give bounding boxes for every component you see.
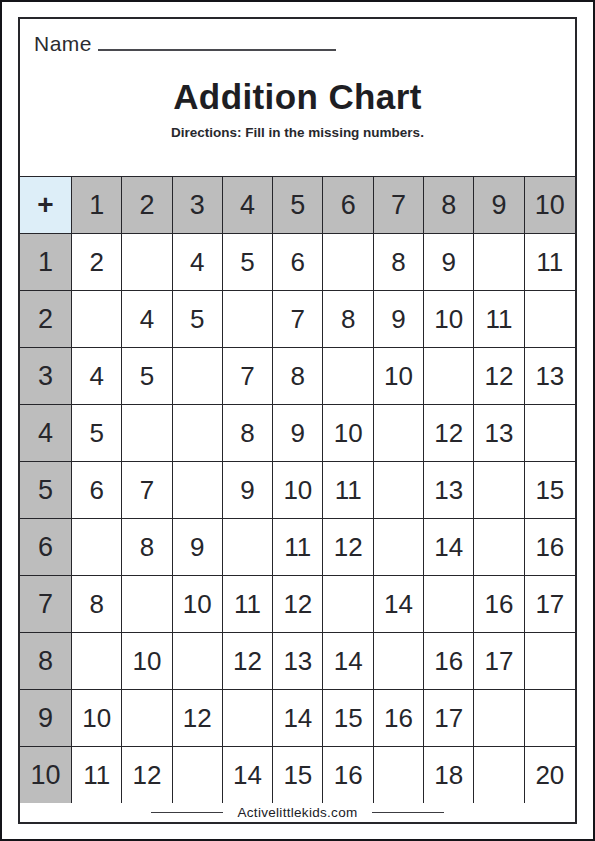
row-header-10: 10 xyxy=(20,747,72,804)
empty-cell-r10c7[interactable] xyxy=(374,747,424,804)
empty-cell-r1c2[interactable] xyxy=(122,234,172,291)
empty-cell-r2c4[interactable] xyxy=(223,291,273,348)
sum-cell-r7c5: 12 xyxy=(273,576,323,633)
sum-cell-r1c10: 11 xyxy=(525,234,575,291)
sum-cell-r6c5: 11 xyxy=(273,519,323,576)
sum-cell-r4c6: 10 xyxy=(323,405,373,462)
col-header-2: 2 xyxy=(122,177,172,234)
sum-cell-r9c8: 17 xyxy=(424,690,474,747)
empty-cell-r2c1[interactable] xyxy=(72,291,122,348)
sum-cell-r9c6: 15 xyxy=(323,690,373,747)
empty-cell-r2c10[interactable] xyxy=(525,291,575,348)
empty-cell-r4c10[interactable] xyxy=(525,405,575,462)
sum-cell-r7c9: 16 xyxy=(474,576,524,633)
row-header-5: 5 xyxy=(20,462,72,519)
empty-cell-r9c2[interactable] xyxy=(122,690,172,747)
sum-cell-r2c5: 7 xyxy=(273,291,323,348)
sum-cell-r1c8: 9 xyxy=(424,234,474,291)
sum-cell-r1c7: 8 xyxy=(374,234,424,291)
empty-cell-r1c6[interactable] xyxy=(323,234,373,291)
sum-cell-r8c6: 14 xyxy=(323,633,373,690)
empty-cell-r4c3[interactable] xyxy=(173,405,223,462)
row-header-7: 7 xyxy=(20,576,72,633)
row-header-8: 8 xyxy=(20,633,72,690)
sum-cell-r3c10: 13 xyxy=(525,348,575,405)
sum-cell-r3c5: 8 xyxy=(273,348,323,405)
sum-cell-r2c6: 8 xyxy=(323,291,373,348)
empty-cell-r8c1[interactable] xyxy=(72,633,122,690)
sum-cell-r8c4: 12 xyxy=(223,633,273,690)
sum-cell-r3c7: 10 xyxy=(374,348,424,405)
addition-grid: +123456789101245689112457891011345781012… xyxy=(20,176,575,804)
page-title: Addition Chart xyxy=(20,77,575,117)
plus-operator-cell: + xyxy=(20,177,72,234)
name-label: Name xyxy=(34,32,92,55)
empty-cell-r7c2[interactable] xyxy=(122,576,172,633)
sum-cell-r6c6: 12 xyxy=(323,519,373,576)
sum-cell-r4c8: 12 xyxy=(424,405,474,462)
empty-cell-r6c1[interactable] xyxy=(72,519,122,576)
sum-cell-r3c9: 12 xyxy=(474,348,524,405)
name-row: Name xyxy=(34,32,336,56)
sum-cell-r2c2: 4 xyxy=(122,291,172,348)
sum-cell-r8c5: 13 xyxy=(273,633,323,690)
empty-cell-r6c9[interactable] xyxy=(474,519,524,576)
empty-cell-r1c9[interactable] xyxy=(474,234,524,291)
row-header-1: 1 xyxy=(20,234,72,291)
empty-cell-r9c9[interactable] xyxy=(474,690,524,747)
empty-cell-r9c4[interactable] xyxy=(223,690,273,747)
worksheet-frame: Name Addition Chart Directions: Fill in … xyxy=(18,17,577,824)
sum-cell-r9c1: 10 xyxy=(72,690,122,747)
sum-cell-r10c10: 20 xyxy=(525,747,575,804)
directions-text: Directions: Fill in the missing numbers. xyxy=(20,125,575,140)
worksheet-page: Name Addition Chart Directions: Fill in … xyxy=(0,0,595,841)
sum-cell-r5c1: 6 xyxy=(72,462,122,519)
sum-cell-r10c6: 16 xyxy=(323,747,373,804)
empty-cell-r5c7[interactable] xyxy=(374,462,424,519)
col-header-10: 10 xyxy=(525,177,575,234)
row-header-4: 4 xyxy=(20,405,72,462)
sum-cell-r6c10: 16 xyxy=(525,519,575,576)
sum-cell-r4c9: 13 xyxy=(474,405,524,462)
empty-cell-r8c7[interactable] xyxy=(374,633,424,690)
sum-cell-r10c1: 11 xyxy=(72,747,122,804)
sum-cell-r2c8: 10 xyxy=(424,291,474,348)
col-header-9: 9 xyxy=(474,177,524,234)
sum-cell-r2c7: 9 xyxy=(374,291,424,348)
sum-cell-r1c4: 5 xyxy=(223,234,273,291)
sum-cell-r7c7: 14 xyxy=(374,576,424,633)
col-header-1: 1 xyxy=(72,177,122,234)
sum-cell-r1c5: 6 xyxy=(273,234,323,291)
name-blank-line[interactable] xyxy=(98,33,336,51)
empty-cell-r6c4[interactable] xyxy=(223,519,273,576)
col-header-6: 6 xyxy=(323,177,373,234)
footer-right-rule xyxy=(372,812,444,813)
sum-cell-r5c10: 15 xyxy=(525,462,575,519)
sum-cell-r4c4: 8 xyxy=(223,405,273,462)
empty-cell-r8c10[interactable] xyxy=(525,633,575,690)
empty-cell-r3c6[interactable] xyxy=(323,348,373,405)
sum-cell-r4c5: 9 xyxy=(273,405,323,462)
col-header-3: 3 xyxy=(173,177,223,234)
col-header-4: 4 xyxy=(223,177,273,234)
row-header-2: 2 xyxy=(20,291,72,348)
empty-cell-r10c9[interactable] xyxy=(474,747,524,804)
sum-cell-r1c3: 4 xyxy=(173,234,223,291)
sum-cell-r10c4: 14 xyxy=(223,747,273,804)
sum-cell-r5c8: 13 xyxy=(424,462,474,519)
empty-cell-r3c8[interactable] xyxy=(424,348,474,405)
sum-cell-r2c3: 5 xyxy=(173,291,223,348)
row-header-6: 6 xyxy=(20,519,72,576)
sum-cell-r8c9: 17 xyxy=(474,633,524,690)
empty-cell-r6c7[interactable] xyxy=(374,519,424,576)
sum-cell-r10c5: 15 xyxy=(273,747,323,804)
sum-cell-r10c8: 18 xyxy=(424,747,474,804)
sum-cell-r5c2: 7 xyxy=(122,462,172,519)
empty-cell-r3c3[interactable] xyxy=(173,348,223,405)
sum-cell-r10c2: 12 xyxy=(122,747,172,804)
sum-cell-r8c8: 16 xyxy=(424,633,474,690)
row-header-9: 9 xyxy=(20,690,72,747)
sum-cell-r6c8: 14 xyxy=(424,519,474,576)
footer-site-text: Activelittlekids.com xyxy=(237,805,357,820)
sum-cell-r2c9: 11 xyxy=(474,291,524,348)
sum-cell-r9c7: 16 xyxy=(374,690,424,747)
row-header-3: 3 xyxy=(20,348,72,405)
sum-cell-r9c3: 12 xyxy=(173,690,223,747)
sum-cell-r3c2: 5 xyxy=(122,348,172,405)
sum-cell-r7c3: 10 xyxy=(173,576,223,633)
sum-cell-r8c2: 10 xyxy=(122,633,172,690)
empty-cell-r7c6[interactable] xyxy=(323,576,373,633)
empty-cell-r4c2[interactable] xyxy=(122,405,172,462)
footer: Activelittlekids.com xyxy=(20,803,575,822)
footer-left-rule xyxy=(151,812,223,813)
empty-cell-r7c8[interactable] xyxy=(424,576,474,633)
col-header-8: 8 xyxy=(424,177,474,234)
empty-cell-r10c3[interactable] xyxy=(173,747,223,804)
sum-cell-r4c1: 5 xyxy=(72,405,122,462)
col-header-5: 5 xyxy=(273,177,323,234)
sum-cell-r6c2: 8 xyxy=(122,519,172,576)
sum-cell-r6c3: 9 xyxy=(173,519,223,576)
sum-cell-r7c1: 8 xyxy=(72,576,122,633)
sum-cell-r5c5: 10 xyxy=(273,462,323,519)
sum-cell-r5c4: 9 xyxy=(223,462,273,519)
empty-cell-r4c7[interactable] xyxy=(374,405,424,462)
sum-cell-r7c4: 11 xyxy=(223,576,273,633)
empty-cell-r8c3[interactable] xyxy=(173,633,223,690)
empty-cell-r5c3[interactable] xyxy=(173,462,223,519)
sum-cell-r3c1: 4 xyxy=(72,348,122,405)
sum-cell-r9c5: 14 xyxy=(273,690,323,747)
sum-cell-r7c10: 17 xyxy=(525,576,575,633)
sum-cell-r3c4: 7 xyxy=(223,348,273,405)
empty-cell-r5c9[interactable] xyxy=(474,462,524,519)
col-header-7: 7 xyxy=(374,177,424,234)
sum-cell-r5c6: 11 xyxy=(323,462,373,519)
sum-cell-r1c1: 2 xyxy=(72,234,122,291)
empty-cell-r9c10[interactable] xyxy=(525,690,575,747)
